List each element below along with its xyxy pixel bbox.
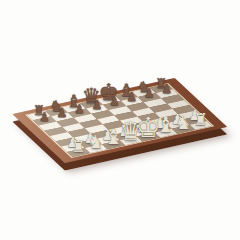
product-photo-canvas: ♜♞♝♛♚♝♞♜♟♟♟♟♟♟♟♟♟♟♟♟♟♟♟♟♜♞♝♛♚♝♞♜ (0, 0, 240, 240)
board-grid (25, 83, 214, 158)
